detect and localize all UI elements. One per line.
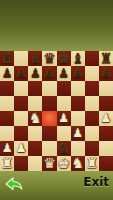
square-d6[interactable] bbox=[42, 81, 56, 96]
square-h3[interactable] bbox=[99, 126, 113, 141]
square-d5[interactable] bbox=[42, 96, 56, 111]
square-a5[interactable] bbox=[0, 96, 14, 111]
square-b6[interactable] bbox=[14, 81, 28, 96]
square-d4[interactable] bbox=[42, 111, 56, 126]
square-a3[interactable] bbox=[0, 126, 14, 141]
square-f1[interactable]: ♞ bbox=[71, 156, 85, 171]
square-a8[interactable]: ♜ bbox=[0, 51, 14, 66]
square-a2[interactable]: ♟ bbox=[0, 141, 14, 156]
square-e3[interactable] bbox=[57, 126, 71, 141]
square-h4[interactable]: ♟ bbox=[99, 111, 113, 126]
square-g7[interactable] bbox=[85, 66, 99, 81]
black-pawn-e7: ♟ bbox=[58, 66, 69, 81]
black-pawn-c7: ♟ bbox=[30, 66, 41, 81]
black-pawn-b7: ♟ bbox=[16, 66, 27, 81]
square-h8[interactable]: ♜ bbox=[99, 51, 113, 66]
black-bishop-f8: ♝ bbox=[71, 51, 84, 66]
square-g4[interactable] bbox=[85, 111, 99, 126]
square-f2[interactable] bbox=[71, 141, 85, 156]
white-knight-c4: ♞ bbox=[29, 111, 42, 126]
square-a4[interactable] bbox=[0, 111, 14, 126]
square-g2[interactable] bbox=[85, 141, 99, 156]
square-d1[interactable]: ♛ bbox=[42, 156, 56, 171]
square-b2[interactable]: ♟ bbox=[14, 141, 28, 156]
white-knight-f1: ♞ bbox=[71, 156, 84, 171]
square-c1[interactable] bbox=[28, 156, 42, 171]
square-b7[interactable]: ♟ bbox=[14, 66, 28, 81]
square-e8[interactable]: ♚ bbox=[57, 51, 71, 66]
square-f3[interactable]: ♟ bbox=[71, 126, 85, 141]
square-c2[interactable] bbox=[28, 141, 42, 156]
square-h6[interactable] bbox=[99, 81, 113, 96]
square-f7[interactable]: ♟ bbox=[71, 66, 85, 81]
square-h5[interactable] bbox=[99, 96, 113, 111]
square-c7[interactable]: ♟ bbox=[28, 66, 42, 81]
square-g6[interactable] bbox=[85, 81, 99, 96]
black-pawn-f7: ♟ bbox=[72, 66, 83, 81]
square-f5[interactable] bbox=[71, 96, 85, 111]
exit-button[interactable]: Exit bbox=[83, 175, 109, 189]
white-rook-g1: ♜ bbox=[86, 156, 99, 171]
square-e6[interactable] bbox=[57, 81, 71, 96]
white-queen-d1: ♛ bbox=[43, 156, 56, 171]
square-b1[interactable] bbox=[14, 156, 28, 171]
black-pawn-a7: ♟ bbox=[2, 66, 13, 81]
black-rook-h8: ♜ bbox=[100, 51, 113, 66]
square-a6[interactable] bbox=[0, 81, 14, 96]
square-c5[interactable] bbox=[28, 96, 42, 111]
square-c4[interactable]: ♞ bbox=[28, 111, 42, 126]
chess-board: ♜♝♛♚♝♜♟♟♟♟♟♟♟♞♟♟♟♟♟♞♜♛♚♞♜ bbox=[0, 51, 113, 171]
square-e4[interactable]: ♟ bbox=[57, 111, 71, 126]
square-c8[interactable]: ♝ bbox=[28, 51, 42, 66]
square-g8[interactable] bbox=[85, 51, 99, 66]
white-pawn-b2: ♟ bbox=[16, 141, 27, 156]
white-king-e1: ♚ bbox=[57, 156, 70, 171]
black-rook-a8: ♜ bbox=[1, 51, 14, 66]
square-d8[interactable]: ♛ bbox=[42, 51, 56, 66]
square-g5[interactable] bbox=[85, 96, 99, 111]
square-b5[interactable] bbox=[14, 96, 28, 111]
white-rook-a1: ♜ bbox=[1, 156, 14, 171]
square-b3[interactable] bbox=[14, 126, 28, 141]
square-e7[interactable]: ♟ bbox=[57, 66, 71, 81]
top-bar bbox=[0, 0, 113, 51]
white-pawn-h4: ♟ bbox=[101, 111, 112, 126]
square-e5[interactable] bbox=[57, 96, 71, 111]
square-b4[interactable] bbox=[14, 111, 28, 126]
black-bishop-c8: ♝ bbox=[29, 51, 42, 66]
bottom-bar: Exit bbox=[0, 171, 113, 200]
square-f4[interactable] bbox=[71, 111, 85, 126]
square-f8[interactable]: ♝ bbox=[71, 51, 85, 66]
square-a1[interactable]: ♜ bbox=[0, 156, 14, 171]
square-d3[interactable] bbox=[42, 126, 56, 141]
white-pawn-e4: ♟ bbox=[58, 111, 69, 126]
square-f6[interactable] bbox=[71, 81, 85, 96]
square-d7[interactable]: ♟ bbox=[42, 66, 56, 81]
black-pawn-d7: ♟ bbox=[44, 66, 55, 81]
white-pawn-f3: ♟ bbox=[72, 126, 83, 141]
white-pawn-a2: ♟ bbox=[2, 141, 13, 156]
square-g1[interactable]: ♜ bbox=[85, 156, 99, 171]
square-b8[interactable] bbox=[14, 51, 28, 66]
black-king-e8: ♚ bbox=[57, 51, 70, 66]
black-knight-e2: ♞ bbox=[57, 141, 70, 156]
square-d2[interactable] bbox=[42, 141, 56, 156]
undo-arrow-icon[interactable] bbox=[4, 176, 24, 194]
square-h1[interactable] bbox=[99, 156, 113, 171]
square-c6[interactable] bbox=[28, 81, 42, 96]
black-pawn-h7: ♟ bbox=[101, 66, 112, 81]
square-e1[interactable]: ♚ bbox=[57, 156, 71, 171]
square-a7[interactable]: ♟ bbox=[0, 66, 14, 81]
square-h7[interactable]: ♟ bbox=[99, 66, 113, 81]
square-g3[interactable] bbox=[85, 126, 99, 141]
square-h2[interactable] bbox=[99, 141, 113, 156]
square-c3[interactable] bbox=[28, 126, 42, 141]
black-queen-d8: ♛ bbox=[43, 51, 56, 66]
square-e2[interactable]: ♞ bbox=[57, 141, 71, 156]
